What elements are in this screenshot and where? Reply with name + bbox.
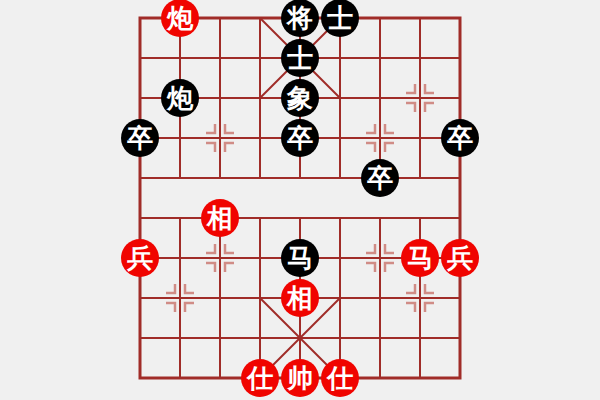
point-marker-bracket	[385, 143, 394, 152]
piece-black-soldier[interactable]: 卒	[361, 159, 399, 197]
point-marker-bracket	[225, 143, 234, 152]
point-marker-bracket	[425, 303, 434, 312]
point-marker-bracket	[225, 263, 234, 272]
piece-red-soldier[interactable]: 兵	[121, 239, 159, 277]
point-marker-bracket	[206, 143, 215, 152]
point-marker-bracket	[206, 124, 215, 133]
piece-black-horse[interactable]: 马	[281, 239, 319, 277]
point-marker-bracket	[425, 284, 434, 293]
point-marker-bracket	[185, 284, 194, 293]
piece-red-cannon[interactable]: 炮	[161, 0, 199, 37]
point-marker-bracket	[166, 303, 175, 312]
piece-red-advisor[interactable]: 仕	[241, 359, 279, 397]
piece-black-advisor[interactable]: 士	[281, 39, 319, 77]
app-background: 炮将士士炮象卒卒卒卒相兵马马兵相仕帅仕	[0, 0, 600, 400]
point-marker-bracket	[166, 284, 175, 293]
piece-red-general[interactable]: 帅	[281, 359, 319, 397]
piece-red-advisor[interactable]: 仕	[321, 359, 359, 397]
point-marker-bracket	[225, 124, 234, 133]
piece-black-cannon[interactable]: 炮	[161, 79, 199, 117]
point-marker-bracket	[385, 263, 394, 272]
point-marker-bracket	[385, 244, 394, 253]
point-marker-bracket	[406, 303, 415, 312]
point-marker-bracket	[425, 103, 434, 112]
xiangqi-board[interactable]: 炮将士士炮象卒卒卒卒相兵马马兵相仕帅仕	[140, 18, 460, 378]
piece-black-soldier[interactable]: 卒	[441, 119, 479, 157]
point-marker-bracket	[366, 143, 375, 152]
point-marker-bracket	[406, 84, 415, 93]
point-marker-bracket	[406, 284, 415, 293]
point-marker-bracket	[406, 103, 415, 112]
piece-red-elephant[interactable]: 相	[201, 199, 239, 237]
point-marker-bracket	[185, 303, 194, 312]
point-marker-bracket	[206, 263, 215, 272]
piece-red-elephant[interactable]: 相	[281, 279, 319, 317]
point-marker-bracket	[366, 124, 375, 133]
point-marker-bracket	[225, 244, 234, 253]
piece-black-soldier[interactable]: 卒	[121, 119, 159, 157]
piece-black-general[interactable]: 将	[281, 0, 319, 37]
point-marker-bracket	[385, 124, 394, 133]
point-marker-bracket	[425, 84, 434, 93]
point-marker-bracket	[366, 263, 375, 272]
piece-black-soldier[interactable]: 卒	[281, 119, 319, 157]
point-marker-bracket	[366, 244, 375, 253]
piece-red-soldier[interactable]: 兵	[441, 239, 479, 277]
point-marker-bracket	[206, 244, 215, 253]
piece-black-advisor[interactable]: 士	[321, 0, 359, 37]
piece-black-elephant[interactable]: 象	[281, 79, 319, 117]
piece-red-horse[interactable]: 马	[401, 239, 439, 277]
